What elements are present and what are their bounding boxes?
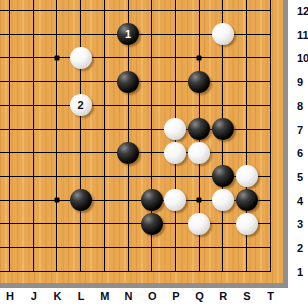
- black-stone-Q9[interactable]: [188, 71, 210, 93]
- row-label-1: 1: [297, 265, 303, 277]
- row-label-6: 6: [297, 147, 303, 159]
- black-stone-L4[interactable]: [70, 189, 92, 211]
- column-label-P: P: [172, 290, 179, 302]
- move-number-label-N11: 1: [125, 23, 131, 45]
- grid-hline-8: [0, 105, 270, 106]
- row-label-2: 2: [297, 242, 303, 254]
- board-wood-surface[interactable]: [0, 0, 283, 283]
- column-label-N: N: [125, 290, 133, 302]
- grid-vline-H: [9, 0, 10, 272]
- column-label-O: O: [148, 290, 157, 302]
- column-label-H: H: [6, 290, 14, 302]
- column-label-L: L: [78, 290, 85, 302]
- column-label-Q: Q: [195, 290, 204, 302]
- white-stone-S3[interactable]: [236, 213, 258, 235]
- column-label-J: J: [31, 290, 37, 302]
- row-label-7: 7: [297, 123, 303, 135]
- column-label-R: R: [219, 290, 227, 302]
- row-label-4: 4: [297, 194, 303, 206]
- black-stone-S4[interactable]: [236, 189, 258, 211]
- black-stone-R5[interactable]: [212, 165, 234, 187]
- black-stone-O3[interactable]: [141, 213, 163, 235]
- grid-hline-1: [0, 271, 270, 272]
- row-label-8: 8: [297, 100, 303, 112]
- row-label-10: 10: [297, 52, 308, 64]
- row-label-9: 9: [297, 76, 303, 88]
- column-label-S: S: [243, 290, 250, 302]
- black-stone-R7[interactable]: [212, 118, 234, 140]
- black-stone-N6[interactable]: [117, 142, 139, 164]
- grid-vline-T: [270, 0, 271, 272]
- hoshi-point-Q4: [197, 198, 202, 203]
- hoshi-point-K10: [54, 55, 59, 60]
- white-stone-Q3[interactable]: [188, 213, 210, 235]
- white-stone-L10[interactable]: [70, 47, 92, 69]
- row-label-5: 5: [297, 171, 303, 183]
- go-board[interactable]: 12: [0, 0, 308, 308]
- column-label-M: M: [100, 290, 109, 302]
- black-stone-N11[interactable]: 1: [117, 23, 139, 45]
- row-label-3: 3: [297, 218, 303, 230]
- black-stone-O4[interactable]: [141, 189, 163, 211]
- white-stone-R4[interactable]: [212, 189, 234, 211]
- white-stone-P6[interactable]: [164, 142, 186, 164]
- white-stone-Q6[interactable]: [188, 142, 210, 164]
- hoshi-point-K4: [54, 198, 59, 203]
- grid-vline-K: [56, 0, 57, 272]
- column-label-K: K: [53, 290, 61, 302]
- column-label-T: T: [267, 290, 274, 302]
- white-stone-P7[interactable]: [164, 118, 186, 140]
- hoshi-point-Q10: [197, 55, 202, 60]
- move-number-label-L8: 2: [78, 94, 84, 116]
- grid-vline-J: [33, 0, 34, 272]
- white-stone-L8[interactable]: 2: [70, 94, 92, 116]
- white-stone-S5[interactable]: [236, 165, 258, 187]
- grid-hline-12: [0, 10, 270, 11]
- white-stone-R11[interactable]: [212, 23, 234, 45]
- row-label-12: 12: [297, 5, 308, 17]
- white-stone-P4[interactable]: [164, 189, 186, 211]
- black-stone-N9[interactable]: [117, 71, 139, 93]
- board-border-bottom: [0, 283, 288, 288]
- black-stone-Q7[interactable]: [188, 118, 210, 140]
- grid-hline-10: [0, 57, 270, 58]
- grid-vline-M: [104, 0, 105, 272]
- grid-hline-3: [0, 223, 270, 224]
- board-border-right: [283, 0, 288, 288]
- row-label-11: 11: [297, 28, 308, 40]
- grid-hline-2: [0, 247, 270, 248]
- grid-vline-L: [80, 0, 81, 272]
